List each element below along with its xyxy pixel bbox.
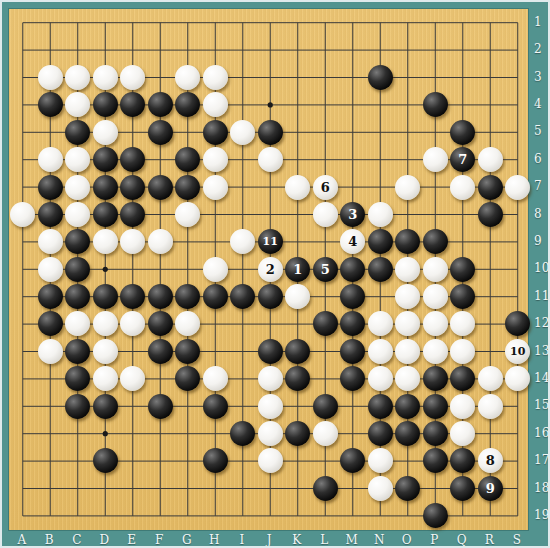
intersection-Q17[interactable] — [449, 447, 477, 474]
intersection-G17[interactable] — [174, 447, 202, 474]
intersection-E7[interactable] — [119, 173, 147, 200]
intersection-P14[interactable] — [422, 365, 450, 392]
intersection-L14[interactable] — [312, 365, 340, 392]
intersection-F6[interactable] — [147, 146, 175, 173]
intersection-M16[interactable] — [339, 420, 367, 447]
intersection-E15[interactable] — [119, 392, 147, 419]
intersection-O17[interactable] — [394, 447, 422, 474]
intersection-K7[interactable] — [284, 173, 312, 200]
intersection-A12[interactable] — [9, 310, 37, 337]
intersection-H11[interactable] — [202, 283, 230, 310]
intersection-B16[interactable] — [37, 420, 65, 447]
intersection-J7[interactable] — [257, 173, 285, 200]
intersection-E1[interactable] — [119, 9, 147, 36]
intersection-H8[interactable] — [202, 201, 230, 228]
intersection-A1[interactable] — [9, 9, 37, 36]
intersection-N14[interactable] — [367, 365, 395, 392]
intersection-O6[interactable] — [394, 146, 422, 173]
intersection-I3[interactable] — [229, 64, 257, 91]
intersection-K3[interactable] — [284, 64, 312, 91]
intersection-L8[interactable] — [312, 201, 340, 228]
intersection-E17[interactable] — [119, 447, 147, 474]
intersection-Q15[interactable] — [449, 392, 477, 419]
intersection-G11[interactable] — [174, 283, 202, 310]
intersection-C14[interactable] — [64, 365, 92, 392]
intersection-Q9[interactable] — [449, 228, 477, 255]
intersection-J6[interactable] — [257, 146, 285, 173]
intersection-S6[interactable] — [504, 146, 532, 173]
intersection-F2[interactable] — [147, 36, 175, 63]
intersection-R3[interactable] — [477, 64, 505, 91]
intersection-E11[interactable] — [119, 283, 147, 310]
intersection-R9[interactable] — [477, 228, 505, 255]
intersection-I12[interactable] — [229, 310, 257, 337]
intersection-I15[interactable] — [229, 392, 257, 419]
intersection-F1[interactable] — [147, 9, 175, 36]
intersection-I2[interactable] — [229, 36, 257, 63]
intersection-I18[interactable] — [229, 475, 257, 502]
intersection-F15[interactable] — [147, 392, 175, 419]
intersection-M9[interactable]: 4 — [339, 228, 367, 255]
intersection-K12[interactable] — [284, 310, 312, 337]
intersection-L19[interactable] — [312, 502, 340, 529]
intersection-S16[interactable] — [504, 420, 532, 447]
intersection-R8[interactable] — [477, 201, 505, 228]
intersection-Q6[interactable]: 7 — [449, 146, 477, 173]
intersection-D10[interactable] — [92, 256, 120, 283]
intersection-E18[interactable] — [119, 475, 147, 502]
intersection-J2[interactable] — [257, 36, 285, 63]
intersection-Q18[interactable] — [449, 475, 477, 502]
intersection-G18[interactable] — [174, 475, 202, 502]
intersection-M13[interactable] — [339, 338, 367, 365]
intersection-O7[interactable] — [394, 173, 422, 200]
intersection-F13[interactable] — [147, 338, 175, 365]
intersection-B10[interactable] — [37, 256, 65, 283]
intersection-C13[interactable] — [64, 338, 92, 365]
intersection-R7[interactable] — [477, 173, 505, 200]
intersection-H17[interactable] — [202, 447, 230, 474]
intersection-H9[interactable] — [202, 228, 230, 255]
intersection-M2[interactable] — [339, 36, 367, 63]
intersection-M4[interactable] — [339, 91, 367, 118]
intersection-K14[interactable] — [284, 365, 312, 392]
intersection-N3[interactable] — [367, 64, 395, 91]
intersection-O14[interactable] — [394, 365, 422, 392]
intersection-M15[interactable] — [339, 392, 367, 419]
intersection-I17[interactable] — [229, 447, 257, 474]
intersection-Q14[interactable] — [449, 365, 477, 392]
intersection-B11[interactable] — [37, 283, 65, 310]
intersection-B6[interactable] — [37, 146, 65, 173]
intersection-B19[interactable] — [37, 502, 65, 529]
intersection-L1[interactable] — [312, 9, 340, 36]
intersection-E9[interactable] — [119, 228, 147, 255]
intersection-R19[interactable] — [477, 502, 505, 529]
intersection-D4[interactable] — [92, 91, 120, 118]
intersection-M8[interactable]: 3 — [339, 201, 367, 228]
intersection-K8[interactable] — [284, 201, 312, 228]
intersection-E8[interactable] — [119, 201, 147, 228]
intersection-G10[interactable] — [174, 256, 202, 283]
intersection-S10[interactable] — [504, 256, 532, 283]
intersection-O19[interactable] — [394, 502, 422, 529]
intersection-O2[interactable] — [394, 36, 422, 63]
intersection-K5[interactable] — [284, 119, 312, 146]
intersection-P10[interactable] — [422, 256, 450, 283]
intersection-L16[interactable] — [312, 420, 340, 447]
intersection-F7[interactable] — [147, 173, 175, 200]
intersection-R13[interactable] — [477, 338, 505, 365]
intersection-C5[interactable] — [64, 119, 92, 146]
intersection-P6[interactable] — [422, 146, 450, 173]
intersection-F18[interactable] — [147, 475, 175, 502]
intersection-N7[interactable] — [367, 173, 395, 200]
intersection-R17[interactable]: 8 — [477, 447, 505, 474]
intersection-B1[interactable] — [37, 9, 65, 36]
intersection-A7[interactable] — [9, 173, 37, 200]
intersection-A19[interactable] — [9, 502, 37, 529]
intersection-F4[interactable] — [147, 91, 175, 118]
intersection-R18[interactable]: 9 — [477, 475, 505, 502]
intersection-G4[interactable] — [174, 91, 202, 118]
intersection-O5[interactable] — [394, 119, 422, 146]
intersection-M5[interactable] — [339, 119, 367, 146]
intersection-B4[interactable] — [37, 91, 65, 118]
intersection-L15[interactable] — [312, 392, 340, 419]
intersection-O10[interactable] — [394, 256, 422, 283]
intersection-S12[interactable] — [504, 310, 532, 337]
intersection-R15[interactable] — [477, 392, 505, 419]
intersection-R2[interactable] — [477, 36, 505, 63]
intersection-Q13[interactable] — [449, 338, 477, 365]
intersection-J16[interactable] — [257, 420, 285, 447]
intersection-K15[interactable] — [284, 392, 312, 419]
intersection-C10[interactable] — [64, 256, 92, 283]
intersection-C2[interactable] — [64, 36, 92, 63]
intersection-E12[interactable] — [119, 310, 147, 337]
intersection-P2[interactable] — [422, 36, 450, 63]
intersection-D19[interactable] — [92, 502, 120, 529]
intersection-F11[interactable] — [147, 283, 175, 310]
intersection-S14[interactable] — [504, 365, 532, 392]
intersection-K1[interactable] — [284, 9, 312, 36]
intersection-G19[interactable] — [174, 502, 202, 529]
intersection-G3[interactable] — [174, 64, 202, 91]
intersection-A18[interactable] — [9, 475, 37, 502]
intersection-A10[interactable] — [9, 256, 37, 283]
intersection-A11[interactable] — [9, 283, 37, 310]
intersection-C18[interactable] — [64, 475, 92, 502]
intersection-C11[interactable] — [64, 283, 92, 310]
intersection-L11[interactable] — [312, 283, 340, 310]
intersection-N10[interactable] — [367, 256, 395, 283]
intersection-P16[interactable] — [422, 420, 450, 447]
intersection-A3[interactable] — [9, 64, 37, 91]
intersection-K2[interactable] — [284, 36, 312, 63]
intersection-S17[interactable] — [504, 447, 532, 474]
intersection-B7[interactable] — [37, 173, 65, 200]
intersection-C4[interactable] — [64, 91, 92, 118]
intersection-S9[interactable] — [504, 228, 532, 255]
intersection-R16[interactable] — [477, 420, 505, 447]
intersection-N19[interactable] — [367, 502, 395, 529]
intersection-Q11[interactable] — [449, 283, 477, 310]
intersection-Q2[interactable] — [449, 36, 477, 63]
intersection-D8[interactable] — [92, 201, 120, 228]
intersection-D9[interactable] — [92, 228, 120, 255]
intersection-S5[interactable] — [504, 119, 532, 146]
intersection-E5[interactable] — [119, 119, 147, 146]
intersection-B13[interactable] — [37, 338, 65, 365]
intersection-R12[interactable] — [477, 310, 505, 337]
intersection-P19[interactable] — [422, 502, 450, 529]
intersection-K9[interactable] — [284, 228, 312, 255]
intersection-L3[interactable] — [312, 64, 340, 91]
intersection-D17[interactable] — [92, 447, 120, 474]
intersection-I5[interactable] — [229, 119, 257, 146]
intersection-M19[interactable] — [339, 502, 367, 529]
intersection-N13[interactable] — [367, 338, 395, 365]
intersection-A2[interactable] — [9, 36, 37, 63]
intersection-D7[interactable] — [92, 173, 120, 200]
intersection-I14[interactable] — [229, 365, 257, 392]
intersection-P5[interactable] — [422, 119, 450, 146]
intersection-P11[interactable] — [422, 283, 450, 310]
intersection-S13[interactable]: 10 — [504, 338, 532, 365]
intersection-J19[interactable] — [257, 502, 285, 529]
intersection-H6[interactable] — [202, 146, 230, 173]
intersection-E13[interactable] — [119, 338, 147, 365]
intersection-K16[interactable] — [284, 420, 312, 447]
intersection-K19[interactable] — [284, 502, 312, 529]
intersection-K18[interactable] — [284, 475, 312, 502]
intersection-H14[interactable] — [202, 365, 230, 392]
intersection-D1[interactable] — [92, 9, 120, 36]
intersection-Q16[interactable] — [449, 420, 477, 447]
intersection-N11[interactable] — [367, 283, 395, 310]
intersection-K10[interactable]: 1 — [284, 256, 312, 283]
intersection-H4[interactable] — [202, 91, 230, 118]
intersection-S2[interactable] — [504, 36, 532, 63]
intersection-A4[interactable] — [9, 91, 37, 118]
intersection-B15[interactable] — [37, 392, 65, 419]
intersection-G16[interactable] — [174, 420, 202, 447]
intersection-P18[interactable] — [422, 475, 450, 502]
intersection-N6[interactable] — [367, 146, 395, 173]
intersection-J3[interactable] — [257, 64, 285, 91]
intersection-J4[interactable] — [257, 91, 285, 118]
intersection-N12[interactable] — [367, 310, 395, 337]
intersection-Q19[interactable] — [449, 502, 477, 529]
intersection-I16[interactable] — [229, 420, 257, 447]
intersection-D15[interactable] — [92, 392, 120, 419]
intersection-I4[interactable] — [229, 91, 257, 118]
intersection-H1[interactable] — [202, 9, 230, 36]
intersection-D13[interactable] — [92, 338, 120, 365]
intersection-S3[interactable] — [504, 64, 532, 91]
intersection-H3[interactable] — [202, 64, 230, 91]
intersection-I8[interactable] — [229, 201, 257, 228]
intersection-H15[interactable] — [202, 392, 230, 419]
intersection-G1[interactable] — [174, 9, 202, 36]
intersection-F12[interactable] — [147, 310, 175, 337]
intersection-O4[interactable] — [394, 91, 422, 118]
intersection-A13[interactable] — [9, 338, 37, 365]
intersection-Q10[interactable] — [449, 256, 477, 283]
intersection-B14[interactable] — [37, 365, 65, 392]
intersection-S7[interactable] — [504, 173, 532, 200]
intersection-C17[interactable] — [64, 447, 92, 474]
intersection-N16[interactable] — [367, 420, 395, 447]
intersection-G6[interactable] — [174, 146, 202, 173]
intersection-N4[interactable] — [367, 91, 395, 118]
intersection-C8[interactable] — [64, 201, 92, 228]
intersection-Q1[interactable] — [449, 9, 477, 36]
intersection-H10[interactable] — [202, 256, 230, 283]
intersection-F8[interactable] — [147, 201, 175, 228]
intersection-D5[interactable] — [92, 119, 120, 146]
intersection-Q4[interactable] — [449, 91, 477, 118]
intersection-H16[interactable] — [202, 420, 230, 447]
intersection-I10[interactable] — [229, 256, 257, 283]
intersection-D12[interactable] — [92, 310, 120, 337]
intersection-M11[interactable] — [339, 283, 367, 310]
intersection-H19[interactable] — [202, 502, 230, 529]
intersection-S8[interactable] — [504, 201, 532, 228]
intersection-O15[interactable] — [394, 392, 422, 419]
intersection-K11[interactable] — [284, 283, 312, 310]
intersection-C9[interactable] — [64, 228, 92, 255]
intersection-S1[interactable] — [504, 9, 532, 36]
intersection-M12[interactable] — [339, 310, 367, 337]
intersection-G15[interactable] — [174, 392, 202, 419]
intersection-B9[interactable] — [37, 228, 65, 255]
intersection-R14[interactable] — [477, 365, 505, 392]
intersection-K6[interactable] — [284, 146, 312, 173]
intersection-O3[interactable] — [394, 64, 422, 91]
intersection-O13[interactable] — [394, 338, 422, 365]
intersection-O8[interactable] — [394, 201, 422, 228]
intersection-R5[interactable] — [477, 119, 505, 146]
intersection-I6[interactable] — [229, 146, 257, 173]
intersection-F10[interactable] — [147, 256, 175, 283]
intersection-F9[interactable] — [147, 228, 175, 255]
intersection-J14[interactable] — [257, 365, 285, 392]
intersection-K13[interactable] — [284, 338, 312, 365]
intersection-B18[interactable] — [37, 475, 65, 502]
intersection-P7[interactable] — [422, 173, 450, 200]
intersection-F19[interactable] — [147, 502, 175, 529]
intersection-E16[interactable] — [119, 420, 147, 447]
intersection-P8[interactable] — [422, 201, 450, 228]
intersection-E4[interactable] — [119, 91, 147, 118]
intersection-G13[interactable] — [174, 338, 202, 365]
intersection-J11[interactable] — [257, 283, 285, 310]
intersection-F14[interactable] — [147, 365, 175, 392]
intersection-R6[interactable] — [477, 146, 505, 173]
intersection-Q12[interactable] — [449, 310, 477, 337]
intersection-I13[interactable] — [229, 338, 257, 365]
intersection-I9[interactable] — [229, 228, 257, 255]
intersection-L5[interactable] — [312, 119, 340, 146]
intersection-L7[interactable]: 6 — [312, 173, 340, 200]
intersection-A14[interactable] — [9, 365, 37, 392]
intersection-N9[interactable] — [367, 228, 395, 255]
intersection-J10[interactable]: 2 — [257, 256, 285, 283]
intersection-S15[interactable] — [504, 392, 532, 419]
intersection-C1[interactable] — [64, 9, 92, 36]
intersection-D2[interactable] — [92, 36, 120, 63]
intersection-P1[interactable] — [422, 9, 450, 36]
intersection-I11[interactable] — [229, 283, 257, 310]
intersection-J13[interactable] — [257, 338, 285, 365]
intersection-F3[interactable] — [147, 64, 175, 91]
intersection-L17[interactable] — [312, 447, 340, 474]
intersection-D3[interactable] — [92, 64, 120, 91]
intersection-H13[interactable] — [202, 338, 230, 365]
intersection-H18[interactable] — [202, 475, 230, 502]
intersection-D18[interactable] — [92, 475, 120, 502]
intersection-J9[interactable]: 11 — [257, 228, 285, 255]
intersection-F17[interactable] — [147, 447, 175, 474]
intersection-E19[interactable] — [119, 502, 147, 529]
intersection-Q8[interactable] — [449, 201, 477, 228]
intersection-A17[interactable] — [9, 447, 37, 474]
intersection-I7[interactable] — [229, 173, 257, 200]
intersection-P17[interactable] — [422, 447, 450, 474]
intersection-M6[interactable] — [339, 146, 367, 173]
intersection-D14[interactable] — [92, 365, 120, 392]
intersection-A5[interactable] — [9, 119, 37, 146]
intersection-R11[interactable] — [477, 283, 505, 310]
intersection-B17[interactable] — [37, 447, 65, 474]
intersection-P15[interactable] — [422, 392, 450, 419]
intersection-L9[interactable] — [312, 228, 340, 255]
intersection-N15[interactable] — [367, 392, 395, 419]
intersection-Q3[interactable] — [449, 64, 477, 91]
intersection-C12[interactable] — [64, 310, 92, 337]
intersection-J12[interactable] — [257, 310, 285, 337]
intersection-K4[interactable] — [284, 91, 312, 118]
intersection-D6[interactable] — [92, 146, 120, 173]
intersection-O16[interactable] — [394, 420, 422, 447]
intersection-N2[interactable] — [367, 36, 395, 63]
intersection-R10[interactable] — [477, 256, 505, 283]
intersection-G12[interactable] — [174, 310, 202, 337]
intersection-M18[interactable] — [339, 475, 367, 502]
intersection-N8[interactable] — [367, 201, 395, 228]
intersection-D11[interactable] — [92, 283, 120, 310]
intersection-F5[interactable] — [147, 119, 175, 146]
intersection-P3[interactable] — [422, 64, 450, 91]
intersection-N18[interactable] — [367, 475, 395, 502]
intersection-O18[interactable] — [394, 475, 422, 502]
intersection-P13[interactable] — [422, 338, 450, 365]
intersection-O9[interactable] — [394, 228, 422, 255]
intersection-C7[interactable] — [64, 173, 92, 200]
intersection-K17[interactable] — [284, 447, 312, 474]
intersection-J5[interactable] — [257, 119, 285, 146]
intersection-C15[interactable] — [64, 392, 92, 419]
intersection-J15[interactable] — [257, 392, 285, 419]
intersection-Q7[interactable] — [449, 173, 477, 200]
intersection-L10[interactable]: 5 — [312, 256, 340, 283]
intersection-B5[interactable] — [37, 119, 65, 146]
intersection-G9[interactable] — [174, 228, 202, 255]
intersection-S11[interactable] — [504, 283, 532, 310]
intersection-O12[interactable] — [394, 310, 422, 337]
